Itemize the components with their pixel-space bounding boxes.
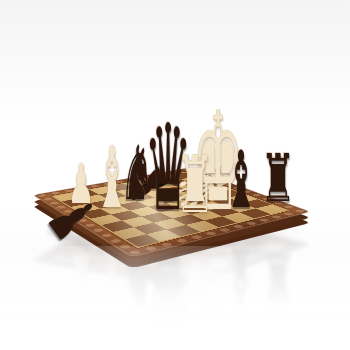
white-rook: ♜ xyxy=(176,146,215,225)
piece-layer: ♟♝♞♛♜♛♚♝♜♟♟ xyxy=(0,0,350,350)
black-bishop: ♝ xyxy=(224,141,258,220)
black-rook: ♜ xyxy=(260,146,296,212)
chess-set-photo: ♟♝♞♛♜♛♚♝♜♟♟ ♟♝♞♛♜♛♚♝♜♟♟ xyxy=(0,0,350,350)
